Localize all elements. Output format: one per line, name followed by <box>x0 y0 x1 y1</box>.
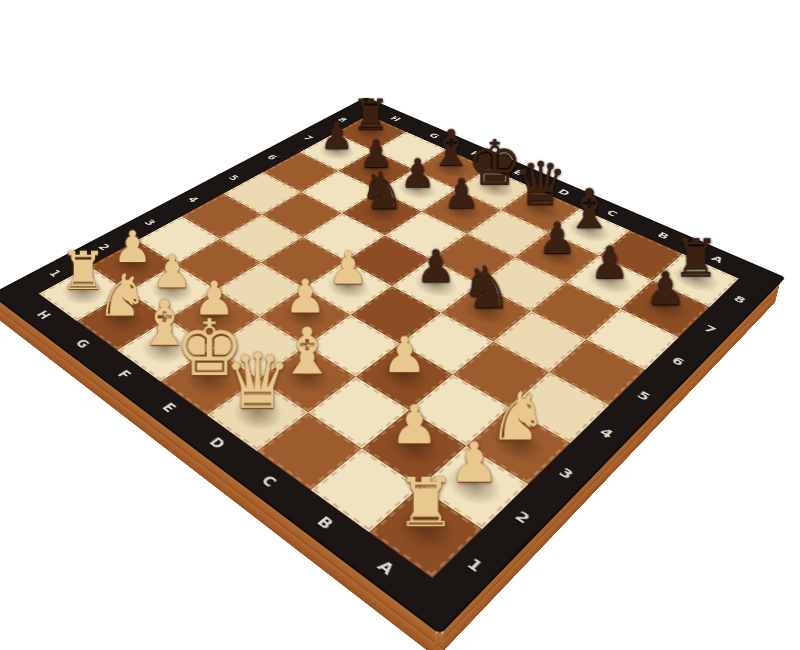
coordinate-label: 5 <box>634 388 653 402</box>
black-rook-h8: ♜ <box>352 94 390 136</box>
coordinate-label: B <box>655 230 672 240</box>
white-queen-d1: ♛ <box>223 344 291 420</box>
white-pawn-b2: ♟ <box>390 398 438 452</box>
coordinate-label: 7 <box>701 323 718 336</box>
black-pawn-b7: ♟ <box>590 240 630 285</box>
coordinate-label: B <box>313 513 337 532</box>
coordinate-label: 8 <box>731 294 748 306</box>
white-pawn-e4: ♟ <box>328 246 368 291</box>
black-pawn-a7: ♟ <box>645 265 686 311</box>
coordinate-label: 4 <box>596 425 616 441</box>
coordinate-label: 4 <box>185 195 202 204</box>
coordinate-label: E <box>159 400 180 415</box>
coordinate-label: 1 <box>463 555 486 575</box>
coordinate-label: 3 <box>556 465 577 482</box>
coordinate-label: 6 <box>264 153 279 161</box>
black-pawn-h7: ♟ <box>320 117 354 155</box>
coordinate-label: F <box>114 367 135 381</box>
coordinate-label: 2 <box>512 508 534 526</box>
black-pawn-f7: ♟ <box>400 153 436 193</box>
black-knight-f6: ♞ <box>359 166 405 217</box>
coordinate-label: D <box>206 434 229 451</box>
chess-board: HGFEDCBA8877665544332211HGFEDCBA ♜♝♛♚♝♜♟… <box>0 98 783 631</box>
coordinate-label: A <box>374 557 399 578</box>
black-pawn-e7: ♟ <box>443 173 480 214</box>
coordinate-label: C <box>258 472 281 490</box>
coordinate-label: 5 <box>226 173 242 182</box>
white-pawn-a2: ♟ <box>449 434 499 490</box>
black-pawn-d5: ♟ <box>416 244 456 289</box>
coordinate-label: 7 <box>301 134 316 142</box>
black-queen-d8: ♛ <box>514 155 568 215</box>
white-pawn-c3: ♟ <box>382 330 427 380</box>
board-scene: HGFEDCBA8877665544332211HGFEDCBA ♜♝♛♚♝♜♟… <box>112 6 672 566</box>
coordinate-label: H <box>33 308 54 321</box>
black-pawn-c7: ♟ <box>538 217 577 260</box>
coordinate-label: H <box>388 115 403 123</box>
coordinate-label: G <box>72 337 93 351</box>
white-rook-a1: ♜ <box>396 469 456 536</box>
chess-photo-canvas: HGFEDCBA8877665544332211HGFEDCBA ♜♝♛♚♝♜♟… <box>0 0 800 650</box>
coordinate-label: 6 <box>669 355 687 368</box>
black-knight-c5: ♞ <box>460 259 512 317</box>
